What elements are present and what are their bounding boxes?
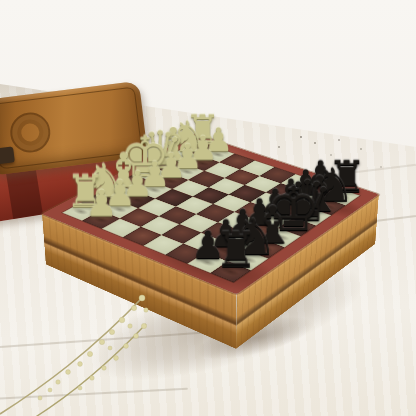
photo-scene: ♜♟♟♜♞♟♟♞♝♟♟♝♛♟♟♛♚♟♟♚♝♟♟♝♞♟♟♞♜♟♟♜: [0, 0, 416, 416]
square-e4[interactable]: [176, 196, 213, 214]
piece-black-rook[interactable]: ♜: [214, 227, 243, 273]
square-h8[interactable]: ♜: [210, 261, 251, 282]
piece-green-pawn[interactable]: ♟: [85, 187, 112, 221]
dried-flowers: [0, 268, 204, 416]
